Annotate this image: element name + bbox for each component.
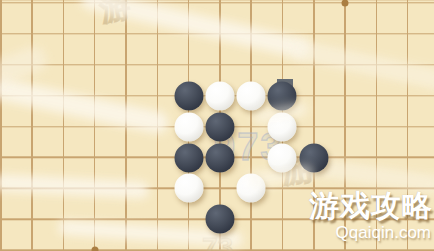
stone-black <box>205 205 234 234</box>
stone-white <box>174 174 203 203</box>
watermark-site-url: Qqaiqin.com <box>309 224 431 243</box>
stone-black <box>174 81 203 110</box>
site-watermark: 游戏攻略 Qqaiqin.com <box>309 189 433 243</box>
star-point <box>91 247 98 251</box>
stone-black <box>174 143 203 172</box>
watermark-title: 游戏攻略 <box>309 189 433 222</box>
stone-white <box>174 112 203 141</box>
stone-black <box>205 143 234 172</box>
stone-white <box>237 81 266 110</box>
game-board[interactable]: 游 973 游 73 游戏攻略 Qqaiqin.com <box>0 0 434 251</box>
stone-white <box>205 81 234 110</box>
stone-black <box>205 112 234 141</box>
